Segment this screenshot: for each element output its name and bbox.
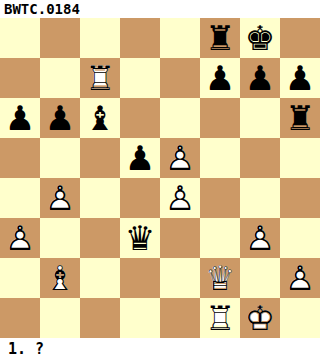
piece-glyph: ♟ [40,98,80,138]
piece-white-pawn: ♟♙ [240,218,280,258]
square-b1[interactable] [40,298,80,338]
piece-glyph: ♟ [280,58,320,98]
square-c4[interactable] [80,178,120,218]
piece-outline-glyph: ♖ [80,58,120,98]
square-c2[interactable] [80,258,120,298]
square-d5[interactable]: ♟ [120,138,160,178]
square-d7[interactable] [120,58,160,98]
square-c1[interactable] [80,298,120,338]
square-d2[interactable] [120,258,160,298]
square-d3[interactable]: ♛ [120,218,160,258]
square-f5[interactable] [200,138,240,178]
piece-glyph: ♟ [120,138,160,178]
piece-black-pawn: ♟ [120,138,160,178]
square-g5[interactable] [240,138,280,178]
piece-white-pawn: ♟♙ [160,138,200,178]
square-f4[interactable] [200,178,240,218]
square-b4[interactable]: ♟♙ [40,178,80,218]
piece-white-bishop: ♝♗ [40,258,80,298]
piece-white-rook: ♜♖ [200,298,240,338]
piece-glyph: ♟ [240,58,280,98]
piece-glyph: ♚ [240,18,280,58]
piece-glyph: ♟ [200,58,240,98]
piece-glyph: ♛ [120,218,160,258]
square-h8[interactable] [280,18,320,58]
piece-black-pawn: ♟ [240,58,280,98]
piece-outline-glyph: ♔ [240,298,280,338]
move-prompt: 1. ? [0,338,320,360]
square-c3[interactable] [80,218,120,258]
piece-outline-glyph: ♙ [160,178,200,218]
piece-outline-glyph: ♙ [40,178,80,218]
square-f2[interactable]: ♛♕ [200,258,240,298]
square-g4[interactable] [240,178,280,218]
square-a6[interactable]: ♟ [0,98,40,138]
square-g2[interactable] [240,258,280,298]
piece-black-pawn: ♟ [40,98,80,138]
piece-black-pawn: ♟ [0,98,40,138]
square-d8[interactable] [120,18,160,58]
square-e4[interactable]: ♟♙ [160,178,200,218]
piece-outline-glyph: ♖ [200,298,240,338]
square-f6[interactable] [200,98,240,138]
square-h2[interactable]: ♟♙ [280,258,320,298]
chess-board: ♜♚♜♖♟♟♟♟♟♝♜♟♟♙♟♙♟♙♟♙♛♟♙♝♗♛♕♟♙♜♖♚♔ [0,18,320,338]
piece-black-pawn: ♟ [280,58,320,98]
piece-white-pawn: ♟♙ [40,178,80,218]
piece-white-queen: ♛♕ [200,258,240,298]
piece-outline-glyph: ♕ [200,258,240,298]
square-a2[interactable] [0,258,40,298]
square-h4[interactable] [280,178,320,218]
square-g3[interactable]: ♟♙ [240,218,280,258]
piece-black-bishop: ♝ [80,98,120,138]
square-b8[interactable] [40,18,80,58]
piece-glyph: ♝ [80,98,120,138]
square-c6[interactable]: ♝ [80,98,120,138]
square-b2[interactable]: ♝♗ [40,258,80,298]
square-e7[interactable] [160,58,200,98]
square-g8[interactable]: ♚ [240,18,280,58]
piece-glyph: ♜ [200,18,240,58]
piece-outline-glyph: ♙ [240,218,280,258]
piece-white-pawn: ♟♙ [160,178,200,218]
piece-outline-glyph: ♗ [40,258,80,298]
square-h6[interactable]: ♜ [280,98,320,138]
piece-glyph: ♜ [280,98,320,138]
square-e1[interactable] [160,298,200,338]
square-e6[interactable] [160,98,200,138]
square-d4[interactable] [120,178,160,218]
square-h3[interactable] [280,218,320,258]
square-d1[interactable] [120,298,160,338]
piece-outline-glyph: ♙ [0,218,40,258]
square-f3[interactable] [200,218,240,258]
square-b7[interactable] [40,58,80,98]
square-b3[interactable] [40,218,80,258]
square-b5[interactable] [40,138,80,178]
square-e3[interactable] [160,218,200,258]
square-e8[interactable] [160,18,200,58]
square-d6[interactable] [120,98,160,138]
piece-outline-glyph: ♙ [280,258,320,298]
square-e2[interactable] [160,258,200,298]
piece-white-pawn: ♟♙ [0,218,40,258]
square-c5[interactable] [80,138,120,178]
square-a4[interactable] [0,178,40,218]
square-f1[interactable]: ♜♖ [200,298,240,338]
square-h1[interactable] [280,298,320,338]
piece-outline-glyph: ♙ [160,138,200,178]
piece-black-rook: ♜ [280,98,320,138]
diagram-title: BWTC.0184 [0,0,320,18]
square-a8[interactable] [0,18,40,58]
square-e5[interactable]: ♟♙ [160,138,200,178]
square-a1[interactable] [0,298,40,338]
square-a7[interactable] [0,58,40,98]
square-a5[interactable] [0,138,40,178]
piece-black-pawn: ♟ [200,58,240,98]
piece-white-pawn: ♟♙ [280,258,320,298]
square-b6[interactable]: ♟ [40,98,80,138]
square-f8[interactable]: ♜ [200,18,240,58]
square-f7[interactable]: ♟ [200,58,240,98]
square-a3[interactable]: ♟♙ [0,218,40,258]
piece-white-king: ♚♔ [240,298,280,338]
piece-black-queen: ♛ [120,218,160,258]
square-g1[interactable]: ♚♔ [240,298,280,338]
square-h7[interactable]: ♟ [280,58,320,98]
piece-glyph: ♟ [0,98,40,138]
square-h5[interactable] [280,138,320,178]
square-g7[interactable]: ♟ [240,58,280,98]
square-c8[interactable] [80,18,120,58]
piece-black-king: ♚ [240,18,280,58]
square-g6[interactable] [240,98,280,138]
piece-black-rook: ♜ [200,18,240,58]
piece-white-rook: ♜♖ [80,58,120,98]
square-c7[interactable]: ♜♖ [80,58,120,98]
